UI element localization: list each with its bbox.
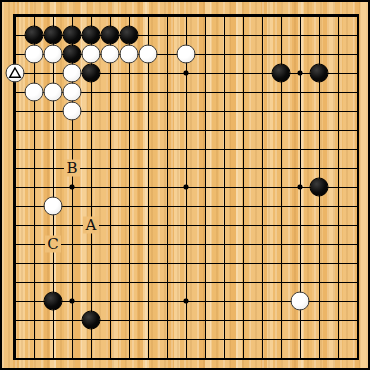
black-stone	[310, 64, 329, 83]
star-point	[70, 299, 75, 304]
white-stone	[6, 64, 25, 83]
triangle-mark-icon	[7, 65, 24, 82]
go-board[interactable]: ABC	[0, 0, 370, 370]
white-stone	[101, 45, 120, 64]
black-stone	[25, 26, 44, 45]
black-stone	[44, 26, 63, 45]
black-stone	[82, 26, 101, 45]
black-stone	[101, 26, 120, 45]
star-point	[184, 71, 189, 76]
star-point	[184, 299, 189, 304]
star-point	[298, 185, 303, 190]
white-stone	[177, 45, 196, 64]
go-board-image: ABC	[0, 0, 370, 370]
star-point	[298, 71, 303, 76]
white-stone	[44, 197, 63, 216]
white-stone	[291, 292, 310, 311]
white-stone	[120, 45, 139, 64]
black-stone	[120, 26, 139, 45]
white-stone	[63, 64, 82, 83]
white-stone	[63, 102, 82, 121]
white-stone	[44, 45, 63, 64]
black-stone	[44, 292, 63, 311]
point-label-c[interactable]: C	[45, 236, 61, 253]
black-stone	[310, 178, 329, 197]
point-label-a[interactable]: A	[83, 217, 99, 234]
white-stone	[139, 45, 158, 64]
black-stone	[63, 45, 82, 64]
star-point	[184, 185, 189, 190]
black-stone	[82, 64, 101, 83]
white-stone	[25, 83, 44, 102]
star-point	[70, 185, 75, 190]
point-label-b[interactable]: B	[64, 160, 80, 177]
white-stone	[44, 83, 63, 102]
black-stone	[63, 26, 82, 45]
black-stone	[272, 64, 291, 83]
black-stone	[82, 311, 101, 330]
white-stone	[63, 83, 82, 102]
white-stone	[82, 45, 101, 64]
white-stone	[25, 45, 44, 64]
